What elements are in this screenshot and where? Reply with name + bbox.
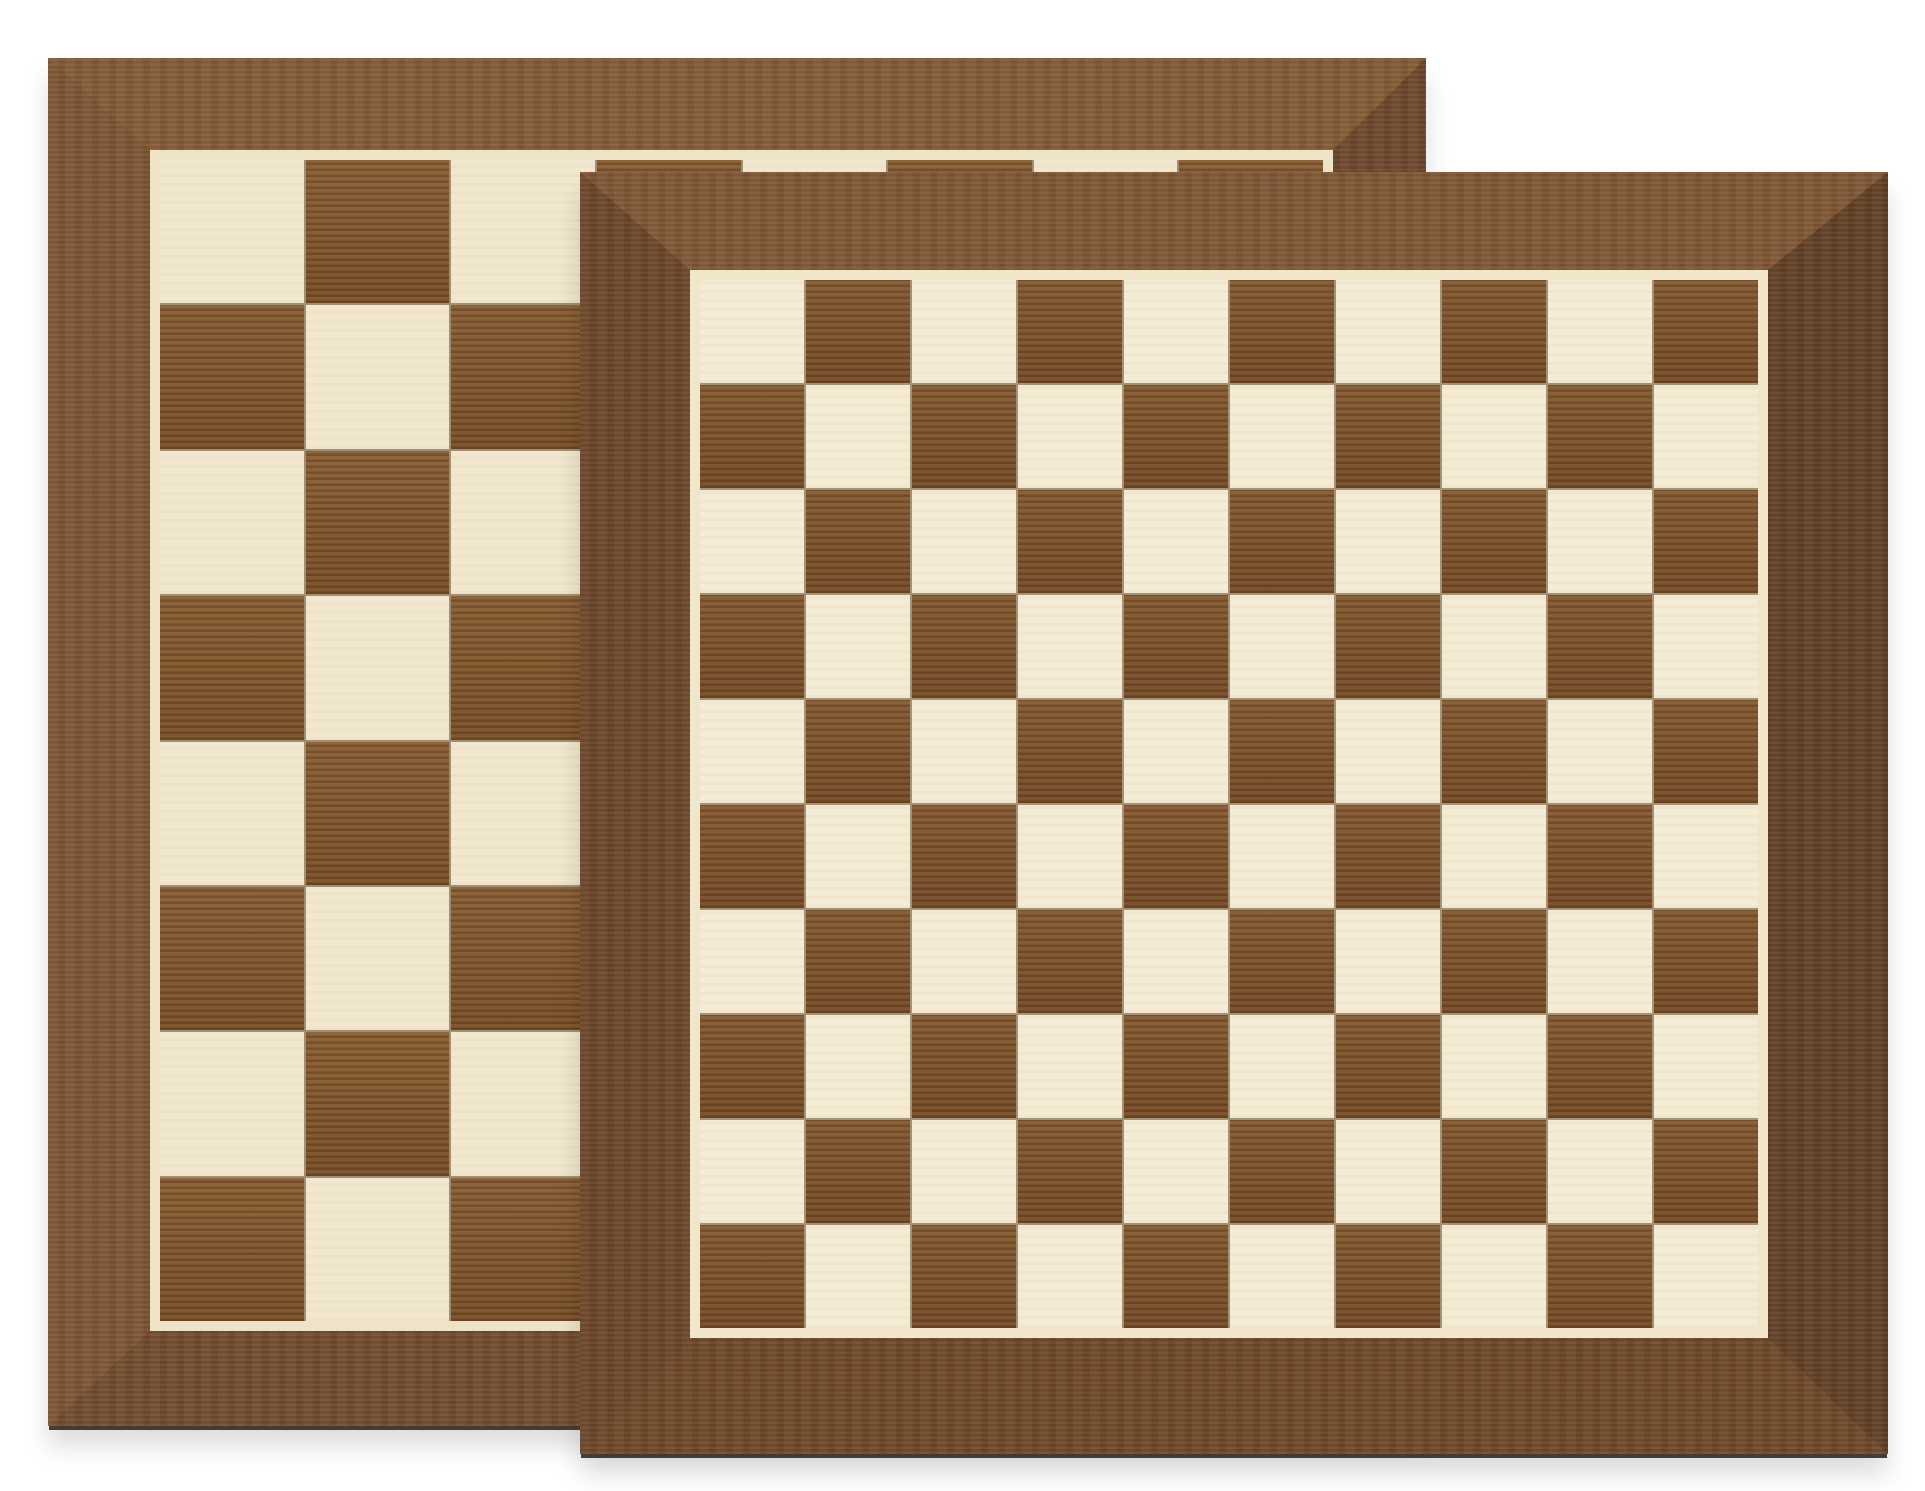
square-g1: [1336, 1225, 1440, 1328]
square-g10: [1336, 280, 1440, 383]
square-d6: [1018, 700, 1122, 803]
square-g8: [1336, 490, 1440, 593]
square-i7: [1548, 595, 1652, 698]
square-e6: [1124, 700, 1228, 803]
square-b1: [806, 1225, 910, 1328]
square-a9: [700, 385, 804, 488]
square-d2: [1018, 1120, 1122, 1223]
square-f10: [1230, 280, 1334, 383]
square-i5: [1548, 805, 1652, 908]
square-f4: [1230, 910, 1334, 1013]
square-a2: [160, 1032, 304, 1175]
product-photo-stage: [0, 0, 1925, 1491]
square-b5: [306, 596, 450, 739]
square-h9: [1442, 385, 1546, 488]
square-e5: [1124, 805, 1228, 908]
square-b8: [306, 160, 450, 303]
square-i4: [1548, 910, 1652, 1013]
square-j10: [1654, 280, 1758, 383]
square-g3: [1336, 1015, 1440, 1118]
square-b5: [806, 805, 910, 908]
square-b2: [306, 1032, 450, 1175]
square-i9: [1548, 385, 1652, 488]
square-b10: [806, 280, 910, 383]
square-j1: [1654, 1225, 1758, 1328]
square-a6: [700, 700, 804, 803]
square-a7: [160, 305, 304, 448]
square-f3: [1230, 1015, 1334, 1118]
square-f6: [1230, 700, 1334, 803]
square-d4: [1018, 910, 1122, 1013]
square-a1: [700, 1225, 804, 1328]
square-a6: [160, 451, 304, 594]
square-c2: [451, 1032, 595, 1175]
square-f9: [1230, 385, 1334, 488]
square-h5: [1442, 805, 1546, 908]
square-b7: [306, 305, 450, 448]
square-d7: [1018, 595, 1122, 698]
square-c6: [912, 700, 1016, 803]
square-a8: [160, 160, 304, 303]
square-e3: [1124, 1015, 1228, 1118]
square-b2: [806, 1120, 910, 1223]
square-a10: [700, 280, 804, 383]
square-d1: [1018, 1225, 1122, 1328]
square-c7: [451, 305, 595, 448]
square-i10: [1548, 280, 1652, 383]
square-f2: [1230, 1120, 1334, 1223]
square-j8: [1654, 490, 1758, 593]
square-b9: [806, 385, 910, 488]
square-a5: [160, 596, 304, 739]
square-b6: [806, 700, 910, 803]
square-h4: [1442, 910, 1546, 1013]
square-i6: [1548, 700, 1652, 803]
square-f1: [1230, 1225, 1334, 1328]
square-g5: [1336, 805, 1440, 908]
square-f5: [1230, 805, 1334, 908]
square-e4: [1124, 910, 1228, 1013]
square-c1: [912, 1225, 1016, 1328]
square-a2: [700, 1120, 804, 1223]
square-a3: [160, 887, 304, 1030]
square-b1: [306, 1178, 450, 1321]
square-b8: [806, 490, 910, 593]
square-b3: [306, 887, 450, 1030]
square-h1: [1442, 1225, 1546, 1328]
square-h10: [1442, 280, 1546, 383]
square-j9: [1654, 385, 1758, 488]
square-c5: [451, 596, 595, 739]
square-c8: [912, 490, 1016, 593]
draughts-board-front: [580, 172, 1888, 1454]
square-e10: [1124, 280, 1228, 383]
square-c2: [912, 1120, 1016, 1223]
square-c7: [912, 595, 1016, 698]
square-a3: [700, 1015, 804, 1118]
square-c10: [912, 280, 1016, 383]
square-c3: [451, 887, 595, 1030]
square-h3: [1442, 1015, 1546, 1118]
square-c1: [451, 1178, 595, 1321]
square-g6: [1336, 700, 1440, 803]
square-c9: [912, 385, 1016, 488]
square-e8: [1124, 490, 1228, 593]
square-c6: [451, 451, 595, 594]
square-e1: [1124, 1225, 1228, 1328]
square-a4: [700, 910, 804, 1013]
square-i1: [1548, 1225, 1652, 1328]
square-g9: [1336, 385, 1440, 488]
square-j2: [1654, 1120, 1758, 1223]
square-b3: [806, 1015, 910, 1118]
square-e7: [1124, 595, 1228, 698]
square-f8: [1230, 490, 1334, 593]
square-g7: [1336, 595, 1440, 698]
square-b6: [306, 451, 450, 594]
square-c3: [912, 1015, 1016, 1118]
square-i2: [1548, 1120, 1652, 1223]
square-a4: [160, 742, 304, 885]
square-a1: [160, 1178, 304, 1321]
square-h6: [1442, 700, 1546, 803]
square-e2: [1124, 1120, 1228, 1223]
square-a5: [700, 805, 804, 908]
square-d5: [1018, 805, 1122, 908]
square-b4: [806, 910, 910, 1013]
square-c8: [451, 160, 595, 303]
square-d3: [1018, 1015, 1122, 1118]
square-c4: [451, 742, 595, 885]
square-j5: [1654, 805, 1758, 908]
square-i3: [1548, 1015, 1652, 1118]
square-a7: [700, 595, 804, 698]
square-h2: [1442, 1120, 1546, 1223]
square-h7: [1442, 595, 1546, 698]
square-g2: [1336, 1120, 1440, 1223]
square-d9: [1018, 385, 1122, 488]
square-d10: [1018, 280, 1122, 383]
square-b4: [306, 742, 450, 885]
square-j7: [1654, 595, 1758, 698]
square-e9: [1124, 385, 1228, 488]
square-f7: [1230, 595, 1334, 698]
square-b7: [806, 595, 910, 698]
square-g4: [1336, 910, 1440, 1013]
square-i8: [1548, 490, 1652, 593]
square-j6: [1654, 700, 1758, 803]
square-d8: [1018, 490, 1122, 593]
square-a8: [700, 490, 804, 593]
square-c5: [912, 805, 1016, 908]
square-h8: [1442, 490, 1546, 593]
square-j3: [1654, 1015, 1758, 1118]
square-c4: [912, 910, 1016, 1013]
square-j4: [1654, 910, 1758, 1013]
draughts-board-playing-area: [690, 270, 1768, 1338]
